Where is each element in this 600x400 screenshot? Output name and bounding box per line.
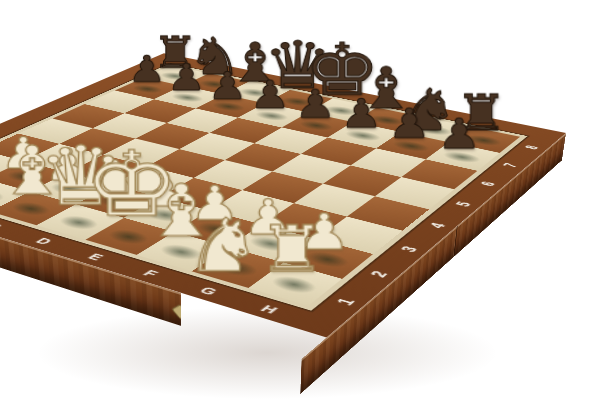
piece-white-knight: ♞ xyxy=(185,208,263,282)
piece-black-pawn: ♟ xyxy=(340,94,382,134)
board-frame: ♜♞♝♛♚♝♞♜♟♟♟♟♟♟♟♟♟♟♟♟♟♟♟♟♜♞♝♛♚♝♞♜ ABCDEFG… xyxy=(0,53,566,337)
perspective-wrapper: ♜♞♝♛♚♝♞♜♟♟♟♟♟♟♟♟♟♟♟♟♟♟♟♟♜♞♝♛♚♝♞♜ ABCDEFG… xyxy=(0,0,600,400)
brass-clasp xyxy=(179,288,211,344)
piece-white-rook: ♜ xyxy=(259,217,326,281)
piece-black-pawn: ♟ xyxy=(207,68,247,106)
piece-black-pawn: ♟ xyxy=(127,51,165,87)
piece-black-pawn: ♟ xyxy=(437,114,481,156)
fold-seam xyxy=(453,226,457,258)
piece-black-pawn: ♟ xyxy=(167,59,206,96)
rank-label-8: 8 xyxy=(499,137,563,157)
piece-black-pawn: ♟ xyxy=(294,85,335,124)
photo-background: ♜♞♝♛♚♝♞♜♟♟♟♟♟♟♟♟♟♟♟♟♟♟♟♟♜♞♝♛♚♝♞♜ ABCDEFG… xyxy=(0,0,600,400)
piece-black-pawn: ♟ xyxy=(250,76,291,114)
clasp-body-icon xyxy=(185,304,207,336)
piece-black-pawn: ♟ xyxy=(388,104,431,145)
